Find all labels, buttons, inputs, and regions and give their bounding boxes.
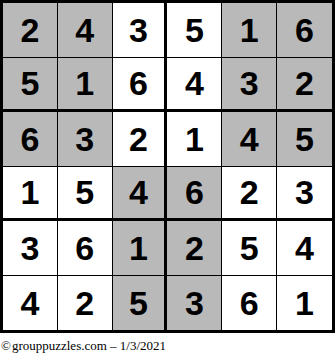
cell-r1c5: 1 <box>222 3 277 58</box>
cell-r1c2: 4 <box>58 3 113 58</box>
cell-r5c1: 3 <box>3 221 58 276</box>
cell-r5c3: 1 <box>113 221 168 276</box>
cell-r6c3: 5 <box>113 276 168 331</box>
cell-r2c1: 5 <box>3 58 58 113</box>
copyright-icon: © <box>1 338 11 353</box>
cell-r1c3: 3 <box>113 3 168 58</box>
cell-r3c6: 5 <box>277 112 332 167</box>
copyright-text: grouppuzzles.com – 1/3/2021 <box>12 338 166 353</box>
cell-r4c5: 2 <box>222 167 277 222</box>
cell-r2c2: 1 <box>58 58 113 113</box>
cell-r5c5: 5 <box>222 221 277 276</box>
cell-r6c6: 1 <box>277 276 332 331</box>
cell-r2c5: 3 <box>222 58 277 113</box>
cell-r1c1: 2 <box>3 3 58 58</box>
cell-r3c3: 2 <box>113 112 168 167</box>
cell-r6c4: 3 <box>167 276 222 331</box>
cell-r4c3: 4 <box>113 167 168 222</box>
cell-r2c4: 4 <box>167 58 222 113</box>
cell-r6c5: 6 <box>222 276 277 331</box>
cell-r3c4: 1 <box>167 112 222 167</box>
puzzle-page: 243516516432632145154623361254425361 ©gr… <box>0 0 335 357</box>
cell-r3c5: 4 <box>222 112 277 167</box>
sudoku-board: 243516516432632145154623361254425361 <box>0 0 335 333</box>
cell-r4c6: 3 <box>277 167 332 222</box>
cell-r5c4: 2 <box>167 221 222 276</box>
cell-r5c6: 4 <box>277 221 332 276</box>
cell-r3c2: 3 <box>58 112 113 167</box>
cell-r5c2: 6 <box>58 221 113 276</box>
cell-r1c4: 5 <box>167 3 222 58</box>
cell-r2c6: 2 <box>277 58 332 113</box>
cell-r4c2: 5 <box>58 167 113 222</box>
copyright-line: ©grouppuzzles.com – 1/3/2021 <box>1 338 166 354</box>
cell-r4c1: 1 <box>3 167 58 222</box>
cell-r2c3: 6 <box>113 58 168 113</box>
cell-r6c1: 4 <box>3 276 58 331</box>
cell-r6c2: 2 <box>58 276 113 331</box>
cell-r4c4: 6 <box>167 167 222 222</box>
cell-r1c6: 6 <box>277 3 332 58</box>
cell-r3c1: 6 <box>3 112 58 167</box>
